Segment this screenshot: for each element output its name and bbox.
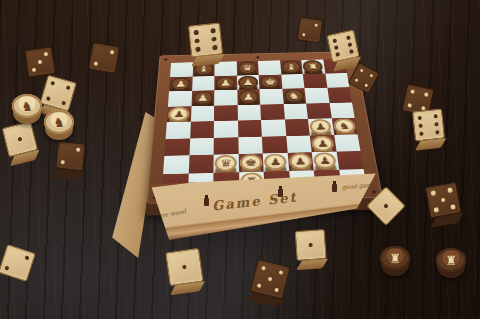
black-knight-f6[interactable]: ♞ bbox=[283, 89, 305, 103]
piece-glyph: ♝ bbox=[285, 63, 297, 71]
black-bishop-f8[interactable]: ♝ bbox=[281, 61, 302, 74]
square-b6[interactable]: ♟ bbox=[191, 90, 214, 106]
piece-glyph: ♟ bbox=[314, 122, 327, 131]
die-face-6 bbox=[412, 109, 446, 151]
die-top-face bbox=[165, 248, 203, 286]
square-g6[interactable] bbox=[304, 88, 329, 104]
latch-icon[interactable] bbox=[204, 198, 209, 206]
die-pip bbox=[182, 264, 188, 270]
square-b4[interactable] bbox=[190, 121, 214, 138]
black-pawn-d7[interactable]: ♟ bbox=[238, 76, 258, 89]
piece-glyph: ♟ bbox=[175, 80, 187, 88]
die-pip bbox=[210, 28, 215, 33]
square-a4[interactable] bbox=[166, 122, 191, 139]
die-pip bbox=[94, 62, 98, 66]
black-pawn-b6[interactable]: ♟ bbox=[192, 91, 213, 105]
square-b5[interactable] bbox=[190, 105, 214, 121]
die-pip bbox=[194, 30, 199, 35]
black-queen-d8[interactable]: ♛ bbox=[237, 62, 257, 75]
die-face-2 bbox=[54, 141, 86, 181]
white-king-d2[interactable]: ♚ bbox=[240, 154, 263, 171]
die-pip bbox=[447, 188, 452, 193]
die-pip bbox=[32, 68, 36, 72]
square-e6[interactable] bbox=[259, 89, 283, 105]
square-f2[interactable]: ♟ bbox=[287, 152, 313, 170]
square-h2[interactable] bbox=[336, 151, 363, 169]
die-pip bbox=[50, 81, 55, 86]
black-rook-g8[interactable]: ♜ bbox=[302, 60, 323, 73]
die-pip bbox=[418, 116, 423, 121]
piece-glyph: ♝ bbox=[198, 65, 209, 73]
die-pip bbox=[267, 276, 273, 282]
square-c3[interactable] bbox=[214, 137, 239, 155]
die-pip bbox=[431, 191, 436, 196]
square-f6[interactable]: ♞ bbox=[282, 88, 306, 104]
die-face-2 bbox=[296, 16, 323, 43]
die-pip bbox=[441, 197, 446, 202]
die-pip bbox=[315, 24, 318, 27]
square-g7[interactable] bbox=[303, 73, 327, 88]
die-pip bbox=[61, 160, 65, 164]
die-pip bbox=[274, 287, 280, 293]
square-e4[interactable] bbox=[261, 119, 286, 136]
die-pip bbox=[302, 33, 305, 36]
box-front-title: Game Set bbox=[211, 190, 298, 214]
square-d2[interactable]: ♚ bbox=[238, 153, 263, 171]
die-top-face bbox=[412, 109, 445, 142]
die-pip bbox=[211, 37, 216, 42]
square-a6[interactable] bbox=[168, 91, 192, 107]
white-pawn-f2[interactable]: ♟ bbox=[289, 153, 313, 169]
die-pip bbox=[354, 78, 358, 82]
square-f7[interactable] bbox=[281, 74, 305, 89]
die-top-face bbox=[24, 46, 56, 78]
square-g4[interactable]: ♟ bbox=[308, 118, 334, 135]
square-c7[interactable]: ♟ bbox=[214, 75, 237, 90]
square-d6[interactable]: ♟ bbox=[237, 89, 260, 105]
square-h7[interactable] bbox=[325, 73, 349, 88]
die-pip bbox=[370, 74, 374, 78]
die-top-face bbox=[55, 141, 86, 172]
piece-glyph: ♟ bbox=[220, 79, 231, 87]
piece-glyph: ♟ bbox=[242, 78, 253, 86]
square-h3[interactable] bbox=[334, 134, 361, 152]
piece-glyph: ♜ bbox=[307, 63, 319, 71]
die-face-2 bbox=[88, 42, 120, 74]
tabletop-scene: ♝♛♝♜♟♟♟♚♟♟♞♟♟♞♟♛♚♟♟♟♜ Game Set pure wood… bbox=[0, 0, 480, 319]
black-pawn-d6[interactable]: ♟ bbox=[238, 90, 259, 104]
piece-glyph: ♞ bbox=[53, 116, 65, 129]
black-pawn-a7[interactable]: ♟ bbox=[170, 77, 191, 90]
square-f3[interactable] bbox=[286, 135, 312, 153]
die-pip bbox=[17, 137, 22, 142]
die-pip bbox=[419, 131, 424, 136]
piece-glyph: ♟ bbox=[294, 156, 307, 166]
die-face-1 bbox=[165, 248, 205, 295]
square-g3[interactable]: ♟ bbox=[310, 135, 336, 153]
die-pip bbox=[261, 265, 267, 271]
square-h6[interactable] bbox=[327, 87, 352, 103]
square-a7[interactable]: ♟ bbox=[169, 76, 192, 91]
die-pip bbox=[38, 60, 42, 64]
square-c2[interactable]: ♛ bbox=[213, 154, 238, 173]
square-d8[interactable]: ♛ bbox=[236, 61, 258, 75]
square-a3[interactable] bbox=[164, 138, 189, 156]
square-a5[interactable]: ♟ bbox=[167, 106, 191, 122]
die-pip bbox=[335, 52, 339, 56]
piece-glyph: ♞ bbox=[338, 121, 351, 130]
black-pawn-c7[interactable]: ♟ bbox=[215, 76, 235, 89]
square-c6[interactable] bbox=[214, 90, 237, 106]
white-pawn-a5[interactable]: ♟ bbox=[168, 107, 190, 122]
piece-glyph: ♟ bbox=[197, 94, 209, 103]
square-d7[interactable]: ♟ bbox=[237, 75, 260, 90]
die-pip bbox=[44, 52, 48, 56]
square-g2[interactable]: ♟ bbox=[312, 152, 339, 170]
square-b7[interactable] bbox=[192, 76, 215, 91]
square-d3[interactable] bbox=[238, 136, 263, 154]
die-pip bbox=[364, 84, 368, 88]
latch-icon[interactable] bbox=[278, 189, 283, 197]
die-pip bbox=[308, 243, 312, 247]
square-a2[interactable] bbox=[163, 155, 189, 174]
die-pip bbox=[195, 38, 200, 43]
square-d4[interactable] bbox=[237, 120, 261, 137]
die-face-6 bbox=[188, 22, 224, 66]
piece-glyph: ♛ bbox=[242, 64, 253, 72]
die-face-5 bbox=[425, 182, 464, 228]
die-pip bbox=[419, 124, 424, 129]
piece-glyph: ♚ bbox=[244, 158, 257, 168]
square-f4[interactable] bbox=[284, 119, 309, 136]
die-pip bbox=[410, 89, 414, 93]
die-pip bbox=[424, 92, 428, 96]
square-f5[interactable] bbox=[283, 103, 308, 119]
square-e3[interactable] bbox=[262, 136, 287, 154]
die-top-face bbox=[296, 16, 323, 43]
white-queen-c2[interactable]: ♛ bbox=[215, 155, 237, 172]
loose-black-rook-disc: ♜ bbox=[380, 246, 410, 270]
die-pip bbox=[333, 39, 337, 43]
white-pawn-g4[interactable]: ♟ bbox=[309, 119, 332, 134]
piece-glyph: ♜ bbox=[389, 252, 401, 265]
piece-glyph: ♟ bbox=[318, 156, 332, 166]
die-pip bbox=[349, 49, 353, 53]
die-pip bbox=[278, 270, 284, 276]
square-g8[interactable]: ♜ bbox=[301, 59, 325, 73]
die-pip bbox=[407, 103, 411, 107]
piece-glyph: ♟ bbox=[173, 110, 185, 119]
die-pip bbox=[110, 50, 114, 54]
piece-glyph: ♞ bbox=[288, 92, 300, 101]
die-top-face bbox=[188, 22, 223, 57]
white-pawn-e2[interactable]: ♟ bbox=[264, 154, 287, 170]
die-face-3 bbox=[24, 46, 56, 78]
die-pip bbox=[435, 130, 440, 135]
square-e7[interactable]: ♚ bbox=[259, 74, 282, 89]
loose-white-knight-disc: ♞ bbox=[12, 94, 42, 118]
square-b3[interactable] bbox=[189, 138, 214, 156]
die-pip bbox=[5, 265, 10, 270]
die-pip bbox=[348, 42, 352, 46]
piece-glyph: ♜ bbox=[445, 254, 457, 267]
die-pip bbox=[383, 203, 388, 208]
square-g5[interactable] bbox=[306, 103, 331, 119]
piece-glyph: ♟ bbox=[316, 138, 329, 148]
loose-black-rook-disc: ♜ bbox=[436, 248, 466, 272]
square-c5[interactable] bbox=[214, 105, 238, 121]
square-f8[interactable]: ♝ bbox=[280, 60, 303, 74]
die-pip bbox=[46, 96, 51, 101]
die-pip bbox=[212, 45, 217, 50]
die-pip bbox=[346, 36, 350, 40]
square-e2[interactable]: ♟ bbox=[263, 153, 289, 171]
die-pip bbox=[434, 207, 439, 212]
piece-glyph: ♛ bbox=[220, 158, 232, 168]
square-e5[interactable] bbox=[260, 104, 284, 120]
die-pip bbox=[61, 100, 66, 105]
loose-white-knight-disc: ♞ bbox=[44, 110, 74, 134]
square-d5[interactable] bbox=[237, 104, 261, 120]
square-c4[interactable] bbox=[214, 121, 238, 138]
chess-board[interactable]: ♝♛♝♜♟♟♟♚♟♟♞♟♟♞♟♛♚♟♟♟♜ bbox=[162, 59, 367, 193]
piece-glyph: ♟ bbox=[269, 157, 282, 167]
white-pawn-g2[interactable]: ♟ bbox=[313, 153, 337, 169]
square-b2[interactable] bbox=[188, 155, 213, 174]
white-pawn-g3[interactable]: ♟ bbox=[311, 136, 335, 152]
square-h5[interactable] bbox=[329, 102, 355, 118]
die-face-1 bbox=[295, 229, 328, 270]
piece-glyph: ♞ bbox=[21, 100, 33, 113]
die-pip bbox=[196, 47, 201, 52]
die-top-face bbox=[88, 42, 120, 74]
die-pip bbox=[334, 45, 338, 49]
die-pip bbox=[434, 122, 439, 127]
piece-glyph: ♟ bbox=[243, 93, 255, 102]
piece-glyph: ♚ bbox=[264, 78, 276, 86]
die-pip bbox=[433, 114, 438, 119]
black-king-e7[interactable]: ♚ bbox=[260, 75, 281, 88]
die-top-face bbox=[295, 229, 327, 261]
die-pip bbox=[24, 255, 29, 260]
square-e8[interactable] bbox=[258, 60, 281, 74]
square-a8[interactable] bbox=[170, 62, 193, 76]
die-pip bbox=[76, 148, 80, 152]
white-knight-h4[interactable]: ♞ bbox=[333, 119, 356, 134]
die-pip bbox=[450, 204, 455, 209]
die-pip bbox=[360, 68, 364, 72]
die-pip bbox=[256, 283, 262, 289]
latch-icon[interactable] bbox=[332, 184, 337, 192]
die-pip bbox=[65, 85, 70, 90]
square-h4[interactable]: ♞ bbox=[331, 118, 357, 135]
